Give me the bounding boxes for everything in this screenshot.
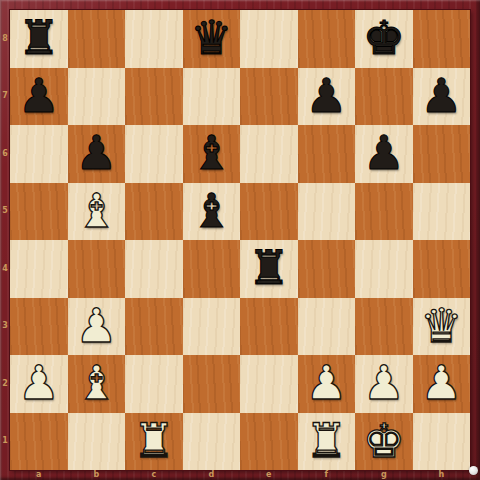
square-b2[interactable]: ♝ xyxy=(68,355,126,413)
square-b1[interactable] xyxy=(68,413,126,471)
square-d1[interactable] xyxy=(183,413,241,471)
square-b4[interactable] xyxy=(68,240,126,298)
file-labels: abcdefgh xyxy=(10,469,470,480)
square-h8[interactable] xyxy=(413,10,471,68)
square-a5[interactable] xyxy=(10,183,68,241)
square-a6[interactable] xyxy=(10,125,68,183)
square-b7[interactable] xyxy=(68,68,126,126)
square-d7[interactable] xyxy=(183,68,241,126)
rank-label-2: 2 xyxy=(0,355,10,413)
piece-white-pawn[interactable]: ♟ xyxy=(75,298,117,354)
square-f4[interactable] xyxy=(298,240,356,298)
square-c6[interactable] xyxy=(125,125,183,183)
rank-labels: 87654321 xyxy=(0,10,10,470)
square-g4[interactable] xyxy=(355,240,413,298)
piece-white-bishop[interactable]: ♝ xyxy=(75,183,117,239)
piece-white-pawn[interactable]: ♟ xyxy=(305,355,347,411)
square-h3[interactable]: ♛ xyxy=(413,298,471,356)
square-a2[interactable]: ♟ xyxy=(10,355,68,413)
square-b6[interactable]: ♟ xyxy=(68,125,126,183)
square-g3[interactable] xyxy=(355,298,413,356)
square-f2[interactable]: ♟ xyxy=(298,355,356,413)
square-e8[interactable] xyxy=(240,10,298,68)
rank-label-4: 4 xyxy=(0,240,10,298)
square-c3[interactable] xyxy=(125,298,183,356)
rank-label-6: 6 xyxy=(0,125,10,183)
square-f3[interactable] xyxy=(298,298,356,356)
piece-black-pawn[interactable]: ♟ xyxy=(363,125,405,181)
square-h5[interactable] xyxy=(413,183,471,241)
square-e3[interactable] xyxy=(240,298,298,356)
square-f5[interactable] xyxy=(298,183,356,241)
square-g7[interactable] xyxy=(355,68,413,126)
square-h7[interactable]: ♟ xyxy=(413,68,471,126)
square-c1[interactable]: ♜ xyxy=(125,413,183,471)
rank-label-7: 7 xyxy=(0,68,10,126)
piece-white-king[interactable]: ♚ xyxy=(363,413,405,469)
piece-white-pawn[interactable]: ♟ xyxy=(18,355,60,411)
piece-black-bishop[interactable]: ♝ xyxy=(190,183,232,239)
rank-label-3: 3 xyxy=(0,298,10,356)
piece-black-pawn[interactable]: ♟ xyxy=(75,125,117,181)
rank-label-5: 5 xyxy=(0,183,10,241)
square-c7[interactable] xyxy=(125,68,183,126)
square-b5[interactable]: ♝ xyxy=(68,183,126,241)
square-a8[interactable]: ♜ xyxy=(10,10,68,68)
piece-white-pawn[interactable]: ♟ xyxy=(363,355,405,411)
square-b8[interactable] xyxy=(68,10,126,68)
piece-white-bishop[interactable]: ♝ xyxy=(75,355,117,411)
file-label-a: a xyxy=(10,469,68,480)
square-g8[interactable]: ♚ xyxy=(355,10,413,68)
square-d3[interactable] xyxy=(183,298,241,356)
chess-board-frame: 87654321 ♜♛♚♟♟♟♟♝♟♝♝♜♟♛♟♝♟♟♟♜♜♚ abcdefgh xyxy=(0,0,480,480)
square-a3[interactable] xyxy=(10,298,68,356)
piece-black-king[interactable]: ♚ xyxy=(363,10,405,66)
file-label-g: g xyxy=(355,469,413,480)
piece-black-bishop[interactable]: ♝ xyxy=(190,125,232,181)
square-g1[interactable]: ♚ xyxy=(355,413,413,471)
piece-black-pawn[interactable]: ♟ xyxy=(420,68,462,124)
square-f8[interactable] xyxy=(298,10,356,68)
square-d5[interactable]: ♝ xyxy=(183,183,241,241)
square-e5[interactable] xyxy=(240,183,298,241)
square-g2[interactable]: ♟ xyxy=(355,355,413,413)
piece-black-queen[interactable]: ♛ xyxy=(190,10,232,66)
piece-black-pawn[interactable]: ♟ xyxy=(305,68,347,124)
square-c4[interactable] xyxy=(125,240,183,298)
square-d6[interactable]: ♝ xyxy=(183,125,241,183)
chess-board: ♜♛♚♟♟♟♟♝♟♝♝♜♟♛♟♝♟♟♟♜♜♚ xyxy=(10,10,470,470)
square-h2[interactable]: ♟ xyxy=(413,355,471,413)
square-d2[interactable] xyxy=(183,355,241,413)
piece-white-rook[interactable]: ♜ xyxy=(305,413,347,469)
piece-black-pawn[interactable]: ♟ xyxy=(18,68,60,124)
square-c5[interactable] xyxy=(125,183,183,241)
piece-white-pawn[interactable]: ♟ xyxy=(420,355,462,411)
square-g6[interactable]: ♟ xyxy=(355,125,413,183)
square-d4[interactable] xyxy=(183,240,241,298)
file-label-f: f xyxy=(298,469,356,480)
piece-black-rook[interactable]: ♜ xyxy=(18,10,60,66)
file-label-b: b xyxy=(68,469,126,480)
square-h1[interactable] xyxy=(413,413,471,471)
white-to-move-indicator xyxy=(469,466,478,475)
square-c2[interactable] xyxy=(125,355,183,413)
square-h6[interactable] xyxy=(413,125,471,183)
square-f7[interactable]: ♟ xyxy=(298,68,356,126)
rank-label-8: 8 xyxy=(0,10,10,68)
file-label-h: h xyxy=(413,469,471,480)
square-e4[interactable]: ♜ xyxy=(240,240,298,298)
file-label-c: c xyxy=(125,469,183,480)
file-label-e: e xyxy=(240,469,298,480)
square-a1[interactable] xyxy=(10,413,68,471)
piece-white-rook[interactable]: ♜ xyxy=(133,413,175,469)
square-h4[interactable] xyxy=(413,240,471,298)
square-f6[interactable] xyxy=(298,125,356,183)
square-a7[interactable]: ♟ xyxy=(10,68,68,126)
square-e2[interactable] xyxy=(240,355,298,413)
square-d8[interactable]: ♛ xyxy=(183,10,241,68)
square-e6[interactable] xyxy=(240,125,298,183)
square-e1[interactable] xyxy=(240,413,298,471)
square-f1[interactable]: ♜ xyxy=(298,413,356,471)
file-label-d: d xyxy=(183,469,241,480)
square-a4[interactable] xyxy=(10,240,68,298)
rank-label-1: 1 xyxy=(0,413,10,471)
piece-black-rook[interactable]: ♜ xyxy=(248,240,290,296)
square-c8[interactable] xyxy=(125,10,183,68)
piece-white-queen[interactable]: ♛ xyxy=(420,298,462,354)
square-e7[interactable] xyxy=(240,68,298,126)
square-g5[interactable] xyxy=(355,183,413,241)
square-b3[interactable]: ♟ xyxy=(68,298,126,356)
